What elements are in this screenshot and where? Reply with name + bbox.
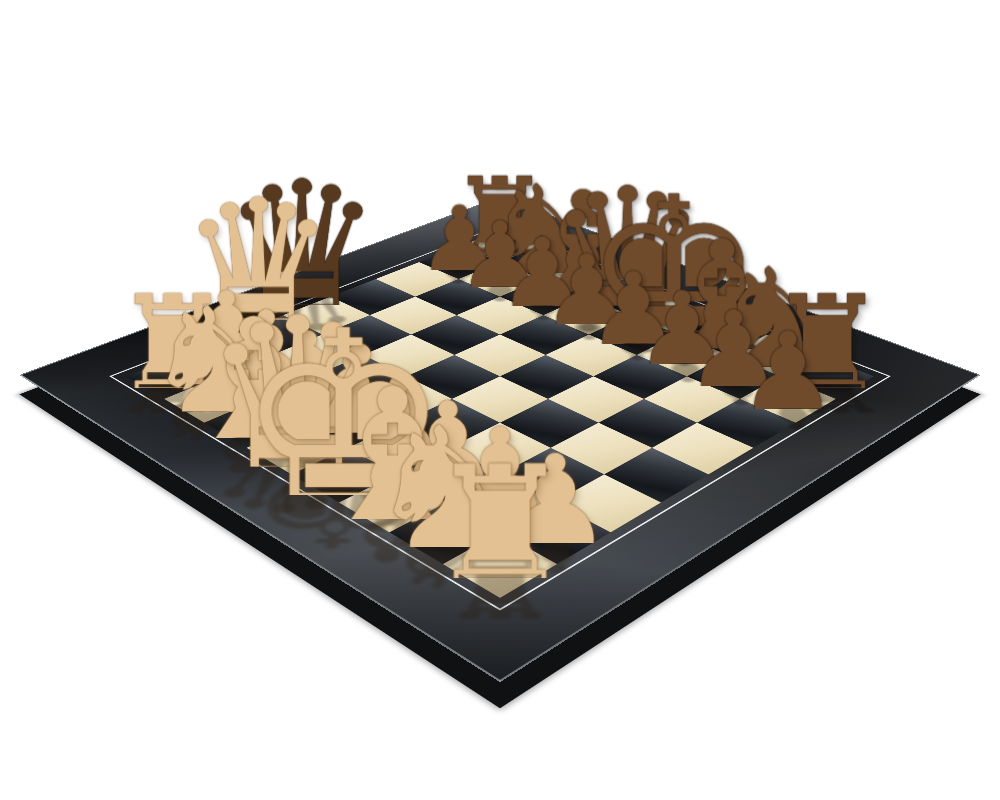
chess-set-photo: ♜♞♝♛♚♝♞♜♟♟♟♟♟♟♟♟♟♟♟♟♟♟♟♟♜♞♝♛♚♝♞♜♛♛ ♜♞♝♛♚… [0,0,1000,800]
chess-board: ♜♞♝♛♚♝♞♜♟♟♟♟♟♟♟♟♟♟♟♟♟♟♟♟♜♞♝♛♚♝♞♜♛♛ ♜♞♝♛♚… [19,197,981,683]
